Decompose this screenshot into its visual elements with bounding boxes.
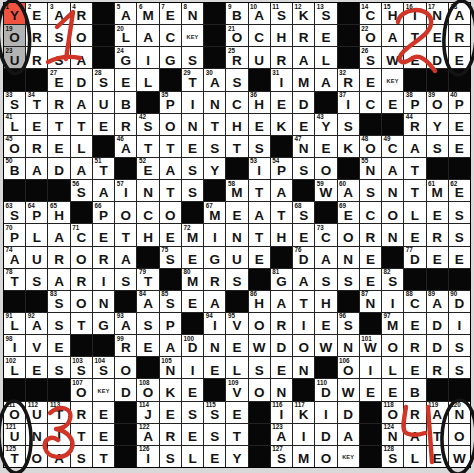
cell-r11c20[interactable]: R [427, 224, 448, 245]
cell-r11c10[interactable]: I [204, 224, 225, 245]
cell-r10c8[interactable]: O [160, 202, 181, 223]
cell-r7c9[interactable]: E [182, 136, 203, 157]
cell-r19c15[interactable]: I [315, 402, 336, 423]
cell-r2c13[interactable]: H [271, 25, 292, 46]
cell-r1c17[interactable]: 14C [360, 3, 381, 24]
cell-r3c21[interactable]: E [449, 47, 470, 68]
cell-r15c5[interactable]: G [93, 313, 114, 334]
cell-r11c15[interactable]: 73C [315, 224, 336, 245]
cell-r21c15[interactable]: O [315, 446, 336, 467]
cell-r11c8[interactable]: E [160, 224, 181, 245]
cell-r9c17[interactable]: S [360, 180, 381, 201]
cell-r5c20[interactable]: 39O [427, 92, 448, 113]
cell-r13c2[interactable]: S [26, 269, 47, 290]
cell-r6c1[interactable]: 41L [4, 114, 25, 135]
cell-r11c16[interactable]: O [338, 224, 359, 245]
cell-r6c5[interactable]: E [93, 114, 114, 135]
cell-r15c13[interactable]: R [271, 313, 292, 334]
cell-r9c21[interactable]: 62E [449, 180, 470, 201]
cell-r1c11[interactable]: 9B [226, 3, 247, 24]
cell-r21c13[interactable]: 127S [271, 446, 292, 467]
cell-r5c9[interactable]: I [182, 92, 203, 113]
cell-r18c15[interactable]: 110D [315, 379, 336, 400]
cell-r15c11[interactable]: 95V [226, 313, 247, 334]
cell-r3c1[interactable]: 23U [4, 47, 25, 68]
cell-r19c9[interactable]: S [182, 402, 203, 423]
cell-r3c9[interactable]: S [182, 47, 203, 68]
cell-r17c2[interactable]: E [26, 357, 47, 378]
cell-r17c14[interactable]: N [293, 357, 314, 378]
cell-r15c8[interactable]: P [160, 313, 181, 334]
cell-r10c6[interactable]: O [115, 202, 136, 223]
cell-r7c10[interactable]: S [204, 136, 225, 157]
cell-r3c20[interactable]: D [427, 47, 448, 68]
cell-r3c7[interactable]: I [137, 47, 158, 68]
cell-r12c6[interactable]: A [115, 247, 136, 268]
cell-r4c14[interactable]: M [293, 69, 314, 90]
cell-r4c6[interactable]: E [115, 69, 136, 90]
cell-r15c19[interactable]: E [404, 313, 425, 334]
cell-r17c20[interactable]: R [427, 357, 448, 378]
cell-r8c12[interactable]: 53I [249, 158, 270, 179]
cell-r16c10[interactable]: N [204, 335, 225, 356]
cell-r3c2[interactable]: R [26, 47, 47, 68]
cell-r15c4[interactable]: T [71, 313, 92, 334]
cell-r16c17[interactable]: 101W [360, 335, 381, 356]
cell-r6c6[interactable]: R [115, 114, 136, 135]
cell-r14c5[interactable]: N [93, 291, 114, 312]
cell-r6c19[interactable]: 44R [404, 114, 425, 135]
cell-r13c9[interactable]: 80M [182, 269, 203, 290]
cell-r14c15[interactable]: H [315, 291, 336, 312]
cell-r1c13[interactable]: 11S [271, 3, 292, 24]
cell-r20c1[interactable]: 121U [4, 424, 25, 445]
cell-r5c18[interactable]: E [382, 92, 403, 113]
cell-r15c7[interactable]: S [137, 313, 158, 334]
cell-r16c13[interactable]: D [271, 335, 292, 356]
cell-r16c6[interactable]: 99R [115, 335, 136, 356]
cell-r17c10[interactable]: E [204, 357, 225, 378]
cell-r14c4[interactable]: O [71, 291, 92, 312]
cell-r8c7[interactable]: 52E [137, 158, 158, 179]
cell-r6c15[interactable]: 43Y [315, 114, 336, 135]
cell-r15c6[interactable]: 93A [115, 313, 136, 334]
cell-r20c2[interactable]: N [26, 424, 47, 445]
cell-r6c21[interactable]: E [449, 114, 470, 135]
cell-r20c9[interactable]: E [182, 424, 203, 445]
cell-r14c9[interactable]: E [182, 291, 203, 312]
cell-r20c21[interactable]: O [449, 424, 470, 445]
cell-r9c4[interactable]: 56S [71, 180, 92, 201]
cell-r2c7[interactable]: A [137, 25, 158, 46]
cell-r3c13[interactable]: R [271, 47, 292, 68]
cell-r15c18[interactable]: 97M [382, 313, 403, 334]
cell-r12c2[interactable]: U [26, 247, 47, 268]
cell-r16c3[interactable]: E [48, 335, 69, 356]
cell-r7c3[interactable]: E [48, 136, 69, 157]
cell-r21c16[interactable]: KEY [338, 446, 359, 467]
cell-r2c20[interactable]: E [427, 25, 448, 46]
cell-r8c10[interactable]: Y [204, 158, 225, 179]
cell-r3c12[interactable]: U [249, 47, 270, 68]
cell-r21c10[interactable]: E [204, 446, 225, 467]
cell-r8c14[interactable]: S [293, 158, 314, 179]
cell-r9c15[interactable]: 59W [315, 180, 336, 201]
cell-r13c4[interactable]: R [71, 269, 92, 290]
cell-r20c7[interactable]: 122A [137, 424, 158, 445]
cell-r7c21[interactable]: E [449, 136, 470, 157]
cell-r3c3[interactable]: S [48, 47, 69, 68]
cell-r7c14[interactable]: 47N [293, 136, 314, 157]
cell-r21c20[interactable]: E [427, 446, 448, 467]
cell-r17c3[interactable]: S [48, 357, 69, 378]
cell-r19c4[interactable]: R [71, 402, 92, 423]
cell-r1c14[interactable]: 12K [293, 3, 314, 24]
cell-r17c8[interactable]: 105N [160, 357, 181, 378]
cell-r16c21[interactable]: S [449, 335, 470, 356]
cell-r4c11[interactable]: S [226, 69, 247, 90]
cell-r2c8[interactable]: C [160, 25, 181, 46]
cell-r20c13[interactable]: 123A [271, 424, 292, 445]
cell-r11c6[interactable]: T [115, 224, 136, 245]
cell-r11c21[interactable]: S [449, 224, 470, 245]
cell-r20c14[interactable]: I [293, 424, 314, 445]
cell-r5c2[interactable]: 34T [26, 92, 47, 113]
cell-r18c8[interactable]: K [160, 379, 181, 400]
cell-r3c15[interactable]: L [315, 47, 336, 68]
cell-r12c8[interactable]: 75S [160, 247, 181, 268]
cell-r2c11[interactable]: 21O [226, 25, 247, 46]
cell-r1c15[interactable]: 13S [315, 3, 336, 24]
cell-r15c2[interactable]: 92A [26, 313, 47, 334]
cell-r17c16[interactable]: 106O [338, 357, 359, 378]
cell-r8c19[interactable]: T [404, 158, 425, 179]
cell-r7c2[interactable]: R [26, 136, 47, 157]
cell-r2c6[interactable]: 20L [115, 25, 136, 46]
cell-r6c13[interactable]: K [271, 114, 292, 135]
cell-r12c19[interactable]: 77D [404, 247, 425, 268]
cell-r19c20[interactable]: 119A [427, 402, 448, 423]
cell-r11c18[interactable]: N [382, 224, 403, 245]
cell-r18c19[interactable]: B [404, 379, 425, 400]
cell-r2c15[interactable]: E [315, 25, 336, 46]
cell-r10c2[interactable]: 64P [26, 202, 47, 223]
cell-r15c12[interactable]: O [249, 313, 270, 334]
cell-r16c12[interactable]: W [249, 335, 270, 356]
cell-r19c7[interactable]: 114J [137, 402, 158, 423]
cell-r6c8[interactable]: O [160, 114, 181, 135]
cell-r18c11[interactable]: 109V [226, 379, 247, 400]
cell-r6c20[interactable]: Y [427, 114, 448, 135]
cell-r11c5[interactable]: E [93, 224, 114, 245]
cell-r5c4[interactable]: A [71, 92, 92, 113]
cell-r12c5[interactable]: R [93, 247, 114, 268]
cell-r13c10[interactable]: R [204, 269, 225, 290]
cell-r20c8[interactable]: R [160, 424, 181, 445]
cell-r1c8[interactable]: 7E [160, 3, 181, 24]
cell-r15c14[interactable]: I [293, 313, 314, 334]
cell-r8c5[interactable]: 51T [93, 158, 114, 179]
cell-r10c7[interactable]: C [137, 202, 158, 223]
cell-r10c19[interactable]: L [404, 202, 425, 223]
cell-r20c19[interactable]: A [404, 424, 425, 445]
cell-r6c4[interactable]: T [71, 114, 92, 135]
cell-r14c17[interactable]: 87N [360, 291, 381, 312]
cell-r13c5[interactable]: I [93, 269, 114, 290]
cell-r16c18[interactable]: O [382, 335, 403, 356]
cell-r1c9[interactable]: 8N [182, 3, 203, 24]
cell-r15c20[interactable]: D [427, 313, 448, 334]
cell-r5c11[interactable]: C [226, 92, 247, 113]
cell-r4c3[interactable]: 27E [48, 69, 69, 90]
cell-r17c11[interactable]: L [226, 357, 247, 378]
cell-r17c1[interactable]: 102L [4, 357, 25, 378]
cell-r15c16[interactable]: 96S [338, 313, 359, 334]
cell-r12c20[interactable]: E [427, 247, 448, 268]
cell-r1c1[interactable]: 1Y [4, 3, 25, 24]
cell-r14c3[interactable]: 83S [48, 291, 69, 312]
cell-r5c6[interactable]: B [115, 92, 136, 113]
cell-r4c13[interactable]: 31I [271, 69, 292, 90]
cell-r4c4[interactable]: D [71, 69, 92, 90]
cell-r17c6[interactable]: O [115, 357, 136, 378]
cell-r6c3[interactable]: T [48, 114, 69, 135]
cell-r10c12[interactable]: A [249, 202, 270, 223]
cell-r20c3[interactable]: I [48, 424, 69, 445]
cell-r14c21[interactable]: 90D [449, 291, 470, 312]
cell-r3c11[interactable]: 25R [226, 47, 247, 68]
cell-r18c9[interactable]: E [182, 379, 203, 400]
cell-r8c2[interactable]: A [26, 158, 47, 179]
cell-r14c20[interactable]: 89A [427, 291, 448, 312]
cell-r7c16[interactable]: K [338, 136, 359, 157]
cell-r3c19[interactable]: E [404, 47, 425, 68]
cell-r19c13[interactable]: 116I [271, 402, 292, 423]
cell-r5c21[interactable]: 40P [449, 92, 470, 113]
cell-r16c16[interactable]: N [338, 335, 359, 356]
cell-r16c8[interactable]: A [160, 335, 181, 356]
cell-r11c11[interactable]: N [226, 224, 247, 245]
cell-r17c4[interactable]: 103S [71, 357, 92, 378]
cell-r5c16[interactable]: 37I [338, 92, 359, 113]
cell-r7c8[interactable]: T [160, 136, 181, 157]
cell-r12c9[interactable]: E [182, 247, 203, 268]
cell-r5c19[interactable]: 38P [404, 92, 425, 113]
cell-r14c12[interactable]: 86H [249, 291, 270, 312]
cell-r9c20[interactable]: 61M [427, 180, 448, 201]
cell-r20c18[interactable]: 124N [382, 424, 403, 445]
cell-r6c14[interactable]: E [293, 114, 314, 135]
cell-r7c6[interactable]: 46A [115, 136, 136, 157]
cell-r14c18[interactable]: I [382, 291, 403, 312]
cell-r8c17[interactable]: 55N [360, 158, 381, 179]
cell-r7c12[interactable]: S [249, 136, 270, 157]
cell-r12c12[interactable]: E [249, 247, 270, 268]
cell-r9c13[interactable]: A [271, 180, 292, 201]
cell-r11c14[interactable]: E [293, 224, 314, 245]
cell-r16c19[interactable]: R [404, 335, 425, 356]
cell-r20c11[interactable]: T [226, 424, 247, 445]
cell-r19c1[interactable]: 111O [4, 402, 25, 423]
cell-r15c3[interactable]: S [48, 313, 69, 334]
cell-r16c1[interactable]: 98I [4, 335, 25, 356]
cell-r14c19[interactable]: 88C [404, 291, 425, 312]
cell-r5c14[interactable]: D [293, 92, 314, 113]
cell-r3c4[interactable]: A [71, 47, 92, 68]
cell-r13c15[interactable]: S [315, 269, 336, 290]
cell-r1c6[interactable]: 5A [115, 3, 136, 24]
cell-r7c20[interactable]: S [427, 136, 448, 157]
cell-r11c1[interactable]: 70P [4, 224, 25, 245]
cell-r21c21[interactable]: W [449, 446, 470, 467]
cell-r2c4[interactable]: O [71, 25, 92, 46]
cell-r18c13[interactable]: N [271, 379, 292, 400]
cell-r13c3[interactable]: A [48, 269, 69, 290]
cell-r13c11[interactable]: S [226, 269, 247, 290]
cell-r6c2[interactable]: E [26, 114, 47, 135]
cell-r16c2[interactable]: V [26, 335, 47, 356]
cell-r10c20[interactable]: E [427, 202, 448, 223]
cell-r8c15[interactable]: O [315, 158, 336, 179]
cell-r12c17[interactable]: E [360, 247, 381, 268]
cell-r21c5[interactable]: T [93, 446, 114, 467]
cell-r8c4[interactable]: A [71, 158, 92, 179]
cell-r13c16[interactable]: S [338, 269, 359, 290]
cell-r21c8[interactable]: S [160, 446, 181, 467]
cell-r12c10[interactable]: G [204, 247, 225, 268]
cell-r5c3[interactable]: R [48, 92, 69, 113]
cell-r4c17[interactable]: E [360, 69, 381, 90]
cell-r19c14[interactable]: 117K [293, 402, 314, 423]
cell-r12c1[interactable]: 74A [4, 247, 25, 268]
cell-r18c7[interactable]: 108O [137, 379, 158, 400]
cell-r9c18[interactable]: N [382, 180, 403, 201]
cell-r10c1[interactable]: 63S [4, 202, 25, 223]
cell-r13c6[interactable]: S [115, 269, 136, 290]
cell-r1c12[interactable]: 10A [249, 3, 270, 24]
cell-r13c18[interactable]: 82S [382, 269, 403, 290]
cell-r1c21[interactable]: 18A [449, 3, 470, 24]
cell-r19c19[interactable]: R [404, 402, 425, 423]
cell-r17c12[interactable]: S [249, 357, 270, 378]
cell-r15c1[interactable]: 91L [4, 313, 25, 334]
cell-r2c18[interactable]: A [382, 25, 403, 46]
cell-r12c14[interactable]: 76D [293, 247, 314, 268]
cell-r9c12[interactable]: T [249, 180, 270, 201]
cell-r19c16[interactable]: D [338, 402, 359, 423]
cell-r3c17[interactable]: 26S [360, 47, 381, 68]
cell-r10c16[interactable]: 69E [338, 202, 359, 223]
cell-r17c9[interactable]: I [182, 357, 203, 378]
cell-r7c18[interactable]: 49C [382, 136, 403, 157]
cell-r18c18[interactable]: E [382, 379, 403, 400]
cell-r10c21[interactable]: S [449, 202, 470, 223]
cell-r11c9[interactable]: 72M [182, 224, 203, 245]
cell-r20c4[interactable]: T [71, 424, 92, 445]
cell-r8c8[interactable]: A [160, 158, 181, 179]
cell-r7c19[interactable]: A [404, 136, 425, 157]
cell-r8c3[interactable]: D [48, 158, 69, 179]
cell-r15c15[interactable]: E [315, 313, 336, 334]
cell-r20c16[interactable]: A [338, 424, 359, 445]
cell-r16c11[interactable]: E [226, 335, 247, 356]
cell-r19c2[interactable]: 112U [26, 402, 47, 423]
cell-r10c11[interactable]: E [226, 202, 247, 223]
cell-r16c14[interactable]: O [293, 335, 314, 356]
cell-r13c1[interactable]: 78T [4, 269, 25, 290]
cell-r9c5[interactable]: A [93, 180, 114, 201]
cell-r10c10[interactable]: 67M [204, 202, 225, 223]
cell-r13c17[interactable]: E [360, 269, 381, 290]
cell-r2c1[interactable]: 19O [4, 25, 25, 46]
cell-r4c15[interactable]: A [315, 69, 336, 90]
cell-r10c18[interactable]: O [382, 202, 403, 223]
cell-r4c10[interactable]: 30A [204, 69, 225, 90]
cell-r3c6[interactable]: 24G [115, 47, 136, 68]
cell-r18c4[interactable]: 107O [71, 379, 92, 400]
cell-r6c16[interactable]: S [338, 114, 359, 135]
cell-r21c4[interactable]: S [71, 446, 92, 467]
cell-r9c8[interactable]: T [160, 180, 181, 201]
cell-r11c4[interactable]: 71C [71, 224, 92, 245]
cell-r5c1[interactable]: 33S [4, 92, 25, 113]
cell-r9c11[interactable]: 58M [226, 180, 247, 201]
cell-r21c1[interactable]: 125T [4, 446, 25, 467]
cell-r5c12[interactable]: 36H [249, 92, 270, 113]
cell-r19c21[interactable]: 120N [449, 402, 470, 423]
cell-r21c14[interactable]: M [293, 446, 314, 467]
cell-r11c13[interactable]: H [271, 224, 292, 245]
cell-r1c7[interactable]: 6M [137, 3, 158, 24]
cell-r2c21[interactable]: R [449, 25, 470, 46]
cell-r12c16[interactable]: N [338, 247, 359, 268]
cell-r10c14[interactable]: 68S [293, 202, 314, 223]
cell-r19c18[interactable]: 118O [382, 402, 403, 423]
cell-r17c21[interactable]: S [449, 357, 470, 378]
cell-r5c5[interactable]: U [93, 92, 114, 113]
cell-r11c2[interactable]: L [26, 224, 47, 245]
cell-r9c19[interactable]: T [404, 180, 425, 201]
cell-r6c7[interactable]: 42S [137, 114, 158, 135]
cell-r13c7[interactable]: 79T [137, 269, 158, 290]
cell-r11c12[interactable]: T [249, 224, 270, 245]
cell-r19c8[interactable]: E [160, 402, 181, 423]
cell-r11c17[interactable]: R [360, 224, 381, 245]
cell-r17c5[interactable]: 104S [93, 357, 114, 378]
cell-r16c7[interactable]: E [137, 335, 158, 356]
cell-r7c7[interactable]: T [137, 136, 158, 157]
cell-r2c14[interactable]: R [293, 25, 314, 46]
cell-r4c18[interactable]: KEY [382, 69, 403, 90]
cell-r15c21[interactable]: I [449, 313, 470, 334]
cell-r3c14[interactable]: A [293, 47, 314, 68]
cell-r6c9[interactable]: N [182, 114, 203, 135]
cell-r2c19[interactable]: T [404, 25, 425, 46]
cell-r9c7[interactable]: N [137, 180, 158, 201]
cell-r9c9[interactable]: S [182, 180, 203, 201]
cell-r1c2[interactable]: 2E [26, 3, 47, 24]
cell-r5c8[interactable]: 35P [160, 92, 181, 113]
cell-r11c7[interactable]: H [137, 224, 158, 245]
cell-r3c18[interactable]: W [382, 47, 403, 68]
cell-r6c11[interactable]: H [226, 114, 247, 135]
cell-r2c3[interactable]: S [48, 25, 69, 46]
cell-r20c5[interactable]: E [93, 424, 114, 445]
cell-r8c18[interactable]: A [382, 158, 403, 179]
cell-r15c10[interactable]: 94I [204, 313, 225, 334]
cell-r12c4[interactable]: O [71, 247, 92, 268]
cell-r7c11[interactable]: T [226, 136, 247, 157]
